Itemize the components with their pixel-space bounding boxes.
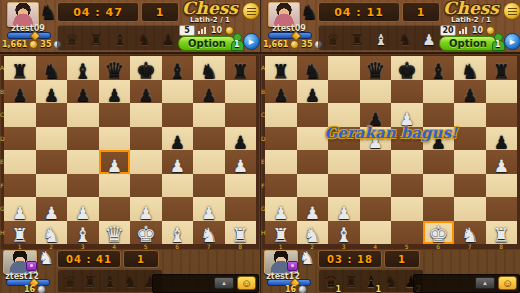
black-pawn: ♟ — [4, 85, 36, 105]
square-b7[interactable]: ♟ — [297, 80, 329, 104]
square-f4[interactable]: ♟ — [162, 150, 194, 174]
square-e8[interactable]: ♚ — [130, 56, 162, 80]
square-h7[interactable] — [486, 80, 518, 104]
captured-knight: ♞ — [382, 272, 400, 292]
square-a7[interactable]: ♟ — [265, 80, 297, 104]
captured-knight: ♞ — [121, 272, 139, 292]
square-a3[interactable] — [265, 174, 297, 198]
captured-queen: ♛1 — [322, 272, 340, 292]
square-g2[interactable]: ♟ — [193, 197, 225, 221]
square-d2[interactable] — [360, 197, 392, 221]
square-a2[interactable]: ♟ — [4, 197, 36, 221]
black-knight: ♞ — [36, 60, 68, 82]
white-pawn: ♟ — [265, 203, 297, 223]
rank-label: D — [0, 136, 4, 142]
square-f6[interactable] — [423, 103, 455, 127]
square-h1[interactable]: ♜ — [225, 221, 257, 245]
black-knight-icon: ♞ — [300, 2, 318, 22]
square-e6[interactable]: ♟ — [391, 103, 423, 127]
captured-pawn: ♟ — [420, 30, 438, 50]
square-e1[interactable] — [391, 221, 423, 245]
square-c2[interactable]: ♟ — [67, 197, 99, 221]
signal-icon — [198, 26, 206, 34]
square-g7[interactable]: ♟ — [193, 80, 225, 104]
square-a3[interactable] — [4, 174, 36, 198]
square-b2[interactable]: ♟ — [297, 197, 329, 221]
square-f2[interactable] — [423, 197, 455, 221]
white-knight-icon: ♞ — [38, 248, 54, 268]
square-h8[interactable]: ♜ — [225, 56, 257, 80]
camera-icon — [26, 261, 37, 271]
rank-label: G — [0, 206, 4, 212]
square-d8[interactable]: ♛ — [99, 56, 131, 80]
captured-pawn: ♟ — [159, 30, 177, 50]
move-feedback-text: Gerakan bagus! — [261, 124, 520, 142]
black-pawn: ♟ — [193, 85, 225, 105]
rank-label: H — [261, 230, 265, 236]
square-f7[interactable] — [423, 80, 455, 104]
square-a7[interactable]: ♟ — [4, 80, 36, 104]
timer: 04 : 11 — [318, 2, 400, 22]
chat-collapse-button[interactable]: ▲ — [214, 277, 234, 289]
move-counter: 1 — [402, 2, 440, 22]
rank-label: C — [261, 112, 265, 118]
square-c5[interactable] — [67, 127, 99, 151]
square-h8[interactable]: ♜ — [486, 56, 518, 80]
white-pawn: ♟ — [193, 203, 225, 223]
black-king: ♚ — [391, 59, 423, 82]
captured-bishop: ♝ — [372, 30, 390, 50]
square-b4[interactable] — [36, 150, 68, 174]
white-pawn: ♟ — [67, 203, 99, 223]
square-d4[interactable] — [360, 150, 392, 174]
board-grid: ♜♞♝♛♚♝♞♜♟♟♟♟♟♟♟♟♟♟♟♟♟♟♟♟♜♞♝♛♚♝♞♜ — [4, 56, 256, 244]
square-c6[interactable] — [67, 103, 99, 127]
square-d6[interactable] — [99, 103, 131, 127]
white-pawn: ♟ — [486, 156, 518, 176]
square-e4[interactable] — [130, 150, 162, 174]
viewer-icon[interactable]: 1 — [230, 33, 243, 51]
timer: 04 : 47 — [57, 2, 139, 22]
rating-value: 1,661 — [263, 40, 288, 49]
square-c1[interactable]: ♝ — [67, 221, 99, 245]
white-pawn: ♟ — [297, 203, 329, 223]
captured-queen: ♛ — [61, 272, 79, 292]
play-button[interactable]: ▶ — [243, 33, 260, 50]
progress-bar — [268, 32, 312, 39]
captured-bishop: ♝ — [101, 272, 119, 292]
captured-queen: ♛ — [63, 30, 81, 50]
black-pawn: ♟ — [265, 85, 297, 105]
square-b4[interactable] — [297, 150, 329, 174]
square-h1[interactable]: ♜ — [486, 221, 518, 245]
captured-bishop: ♝1 — [362, 272, 380, 292]
square-e5[interactable] — [130, 127, 162, 151]
square-g7[interactable]: ♟ — [454, 80, 486, 104]
square-b2[interactable]: ♟ — [36, 197, 68, 221]
square-e6[interactable] — [130, 103, 162, 127]
level-badge: 20 — [440, 25, 456, 36]
square-b8[interactable]: ♞ — [297, 56, 329, 80]
square-c4[interactable] — [328, 150, 360, 174]
square-c4[interactable] — [67, 150, 99, 174]
move-counter: 1 — [384, 250, 420, 268]
square-g2[interactable] — [454, 197, 486, 221]
black-bishop: ♝ — [162, 60, 194, 82]
square-d5[interactable] — [99, 127, 131, 151]
rank-label: F — [0, 183, 4, 189]
chess-app: ♞ ztest09 1,661 35 04 : 47 1 ♛♜♝♞♟ Chess… — [0, 0, 520, 293]
chess-board: ♜♞♛♚♝♞♜♟♟♟♟♟♟♟♟♟♟♟♟♜♞♝♚♞♜ABCDEFGH1234567… — [261, 52, 520, 250]
coin-value: 35 — [40, 40, 51, 49]
captured-queen: ♛ — [324, 30, 342, 50]
square-c7[interactable] — [328, 80, 360, 104]
captured-rook: ♜ — [342, 272, 360, 292]
square-e7[interactable] — [391, 80, 423, 104]
square-a1[interactable]: ♜ — [265, 221, 297, 245]
black-rook: ♜ — [265, 61, 297, 82]
square-c7[interactable]: ♟ — [67, 80, 99, 104]
rating-value: 1,661 — [2, 40, 27, 49]
square-d4[interactable]: ♟ — [99, 150, 131, 174]
square-a6[interactable] — [4, 103, 36, 127]
square-a8[interactable]: ♜ — [4, 56, 36, 80]
black-pawn: ♟ — [99, 85, 131, 105]
gold-coin-icon — [290, 40, 299, 49]
move-counter: 1 — [123, 250, 159, 268]
chat-collapse-button[interactable]: ▲ — [475, 277, 495, 289]
square-a1[interactable]: ♜ — [4, 221, 36, 245]
square-d6[interactable]: ♟ — [360, 103, 392, 127]
square-e3[interactable] — [130, 174, 162, 198]
square-b1[interactable]: ♞ — [297, 221, 329, 245]
captured-tray: ♛1♜♝1♞♟2 — [318, 269, 424, 293]
square-e7[interactable]: ♟ — [130, 80, 162, 104]
black-king: ♚ — [130, 59, 162, 82]
rank-label: C — [0, 112, 4, 118]
square-h2[interactable] — [225, 197, 257, 221]
square-g4[interactable] — [454, 150, 486, 174]
black-knight: ♞ — [193, 60, 225, 82]
white-pawn: ♟ — [99, 156, 131, 176]
white-pawn: ♟ — [328, 203, 360, 223]
menu-button[interactable] — [503, 2, 520, 20]
black-pawn: ♟ — [162, 132, 194, 152]
captured-tray: ♛♜♝♞♟ — [57, 25, 183, 51]
chess-board: ♜♞♝♛♚♝♞♜♟♟♟♟♟♟♟♟♟♟♟♟♟♟♟♟♜♞♝♛♚♝♞♜ABCDEFGH… — [0, 52, 260, 250]
square-c6[interactable] — [328, 103, 360, 127]
black-bishop: ♝ — [67, 60, 99, 82]
captured-bishop: ♝ — [111, 30, 129, 50]
square-a5[interactable] — [4, 127, 36, 151]
white-knight-icon: ♞ — [299, 248, 315, 268]
captured-rook: ♜ — [81, 272, 99, 292]
square-f4[interactable] — [423, 150, 455, 174]
square-c1[interactable]: ♝ — [328, 221, 360, 245]
chat-input[interactable]: ▲ ☺ — [152, 274, 259, 293]
signal-icon — [459, 26, 467, 34]
gold-value: 10 — [472, 26, 483, 35]
square-e3[interactable] — [391, 174, 423, 198]
white-pawn: ♟ — [4, 203, 36, 223]
square-g6[interactable] — [193, 103, 225, 127]
square-g8[interactable]: ♞ — [193, 56, 225, 80]
captured-rook: ♜ — [87, 30, 105, 50]
black-rook: ♜ — [4, 61, 36, 82]
captured-rook: ♜ — [348, 30, 366, 50]
square-b6[interactable] — [36, 103, 68, 127]
white-pawn: ♟ — [130, 203, 162, 223]
square-e8[interactable]: ♚ — [391, 56, 423, 80]
player-wealth: 1,661 35 — [2, 40, 62, 49]
black-pawn: ♟ — [297, 85, 329, 105]
square-d1[interactable]: ♛ — [99, 221, 131, 245]
timer: 03 : 18 — [318, 250, 382, 268]
rank-label: A — [0, 65, 4, 71]
black-rook: ♜ — [486, 61, 518, 82]
square-c8[interactable] — [328, 56, 360, 80]
square-g3[interactable] — [193, 174, 225, 198]
game-panel-left: ♞ ztest09 1,661 35 04 : 47 1 ♛♜♝♞♟ Chess… — [0, 0, 260, 293]
square-d8[interactable]: ♛ — [360, 56, 392, 80]
square-h4[interactable]: ♟ — [486, 150, 518, 174]
top-player-bar: ♞ ztest09 1,661 35 04 : 47 1 ♛♜♝♞♟ Chess… — [0, 0, 260, 52]
square-g6[interactable] — [454, 103, 486, 127]
move-counter: 1 — [141, 2, 179, 22]
square-h3[interactable] — [486, 174, 518, 198]
square-a4[interactable] — [265, 150, 297, 174]
square-f1[interactable]: ♚ — [423, 221, 455, 245]
black-pawn: ♟ — [36, 85, 68, 105]
square-f8[interactable]: ♝ — [162, 56, 194, 80]
black-bishop: ♝ — [423, 60, 455, 82]
black-queen: ♛ — [360, 59, 392, 82]
square-h3[interactable] — [225, 174, 257, 198]
room-label: Latih-2 / 1 — [439, 16, 503, 24]
square-g3[interactable] — [454, 174, 486, 198]
rank-label: B — [261, 89, 265, 95]
black-pawn: ♟ — [225, 132, 257, 152]
square-c3[interactable] — [67, 174, 99, 198]
square-b8[interactable]: ♞ — [36, 56, 68, 80]
black-knight-icon: ♞ — [39, 2, 57, 22]
bottom-player-bar: ♞ ztest12 16 03 : 18 1 ♛1♜♝1♞♟2 ▲ ☺ — [261, 248, 520, 293]
square-e1[interactable]: ♚ — [130, 221, 162, 245]
player-wealth: 16 — [24, 285, 46, 293]
captured-knight: ♞ — [396, 30, 414, 50]
square-h7[interactable] — [225, 80, 257, 104]
silver-coin-icon — [298, 285, 307, 293]
square-g1[interactable]: ♞ — [454, 221, 486, 245]
square-a2[interactable]: ♟ — [265, 197, 297, 221]
square-g8[interactable]: ♞ — [454, 56, 486, 80]
level-badge: 5 — [179, 25, 195, 36]
top-player-bar: ♞ ztest09 1,661 35 04 : 11 1 ♛♜♝♞♟ Chess… — [261, 0, 520, 52]
rank-label: E — [0, 159, 4, 165]
capture-count-badge: 1 — [335, 286, 341, 293]
black-knight: ♞ — [454, 60, 486, 82]
room-label: Latih-2 / 1 — [178, 16, 242, 24]
rank-label: G — [261, 206, 265, 212]
square-f8[interactable]: ♝ — [423, 56, 455, 80]
square-a6[interactable] — [265, 103, 297, 127]
option-button[interactable]: Option — [178, 36, 236, 51]
white-pawn: ♟ — [36, 203, 68, 223]
square-g1[interactable]: ♞ — [193, 221, 225, 245]
square-f1[interactable]: ♝ — [162, 221, 194, 245]
square-a8[interactable]: ♜ — [265, 56, 297, 80]
square-d2[interactable] — [99, 197, 131, 221]
menu-button[interactable] — [242, 2, 260, 20]
square-g5[interactable] — [193, 127, 225, 151]
player-wealth: 16 — [285, 285, 307, 293]
viewer-icon[interactable]: 1 — [491, 33, 504, 51]
rank-label: B — [0, 89, 4, 95]
square-c2[interactable]: ♟ — [328, 197, 360, 221]
capture-count-badge: 1 — [375, 286, 381, 293]
square-c3[interactable] — [328, 174, 360, 198]
captured-knight: ♞ — [135, 30, 153, 50]
silver-coin-icon — [37, 285, 46, 293]
square-e4[interactable] — [391, 150, 423, 174]
square-c8[interactable]: ♝ — [67, 56, 99, 80]
camera-icon — [287, 261, 298, 271]
game-panel-right: ♞ ztest09 1,661 35 04 : 11 1 ♛♜♝♞♟ Chess… — [260, 0, 520, 293]
square-d7[interactable] — [360, 80, 392, 104]
square-b3[interactable] — [36, 174, 68, 198]
bottom-player-bar: ♞ ztest12 16 04 : 41 1 ♛♜♝♞♟ ▲ ☺ — [0, 248, 260, 293]
square-h6[interactable] — [486, 103, 518, 127]
square-f3[interactable] — [423, 174, 455, 198]
black-rook: ♜ — [225, 61, 257, 82]
square-e2[interactable] — [391, 197, 423, 221]
square-f2[interactable] — [162, 197, 194, 221]
white-pawn: ♟ — [225, 156, 257, 176]
rank-label: A — [261, 65, 265, 71]
rank-label: F — [261, 183, 265, 189]
square-b3[interactable] — [297, 174, 329, 198]
square-h2[interactable] — [486, 197, 518, 221]
captured-tray: ♛♜♝♞♟ — [318, 25, 444, 51]
square-h5[interactable]: ♟ — [225, 127, 257, 151]
square-d3[interactable] — [360, 174, 392, 198]
square-f6[interactable] — [162, 103, 194, 127]
coin-value: 16 — [24, 285, 35, 293]
board-grid: ♜♞♛♚♝♞♜♟♟♟♟♟♟♟♟♟♟♟♟♜♞♝♚♞♜ — [265, 56, 517, 244]
square-b6[interactable] — [297, 103, 329, 127]
square-e2[interactable]: ♟ — [130, 197, 162, 221]
chat-input[interactable]: ▲ ☺ — [413, 274, 520, 293]
black-pawn: ♟ — [67, 85, 99, 105]
square-f3[interactable] — [162, 174, 194, 198]
black-knight: ♞ — [297, 60, 329, 82]
coin-value: 16 — [285, 285, 296, 293]
square-h6[interactable] — [225, 103, 257, 127]
square-g4[interactable] — [193, 150, 225, 174]
square-h4[interactable]: ♟ — [225, 150, 257, 174]
square-b5[interactable] — [36, 127, 68, 151]
emoji-button[interactable]: ☺ — [498, 276, 517, 290]
square-d3[interactable] — [99, 174, 131, 198]
timer: 04 : 41 — [57, 250, 121, 268]
coin-value: 35 — [301, 40, 312, 49]
square-d7[interactable]: ♟ — [99, 80, 131, 104]
play-button[interactable]: ▶ — [504, 33, 520, 50]
gold-coin-icon — [29, 40, 38, 49]
player-wealth: 1,661 35 — [263, 40, 323, 49]
square-a4[interactable] — [4, 150, 36, 174]
square-f5[interactable]: ♟ — [162, 127, 194, 151]
square-b7[interactable]: ♟ — [36, 80, 68, 104]
black-queen: ♛ — [99, 59, 131, 82]
captured-tray: ♛♜♝♞♟ — [57, 269, 163, 293]
rank-label: H — [0, 230, 4, 236]
black-pawn: ♟ — [130, 85, 162, 105]
square-f7[interactable] — [162, 80, 194, 104]
progress-bar — [7, 32, 51, 39]
emoji-button[interactable]: ☺ — [237, 276, 256, 290]
gold-value: 10 — [211, 26, 222, 35]
square-b1[interactable]: ♞ — [36, 221, 68, 245]
square-d1[interactable] — [360, 221, 392, 245]
black-pawn: ♟ — [454, 85, 486, 105]
rank-label: E — [261, 159, 265, 165]
white-pawn: ♟ — [162, 156, 194, 176]
option-button[interactable]: Option — [439, 36, 497, 51]
